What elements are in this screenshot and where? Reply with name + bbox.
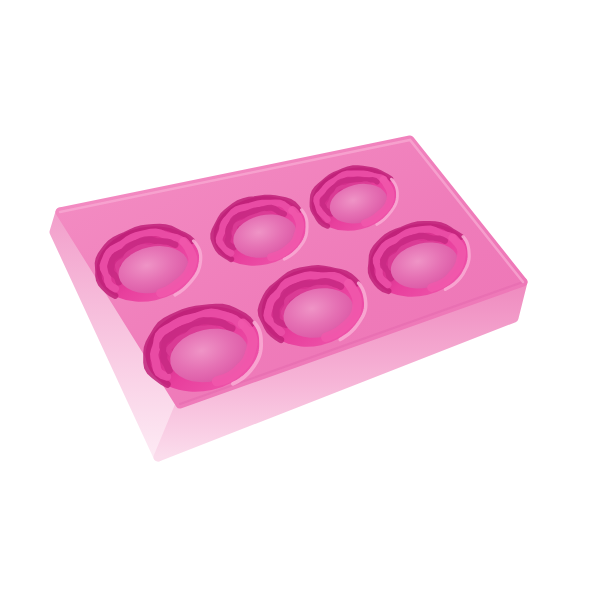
photo-canvas — [0, 0, 600, 600]
silicone-mold-photo — [0, 0, 600, 600]
